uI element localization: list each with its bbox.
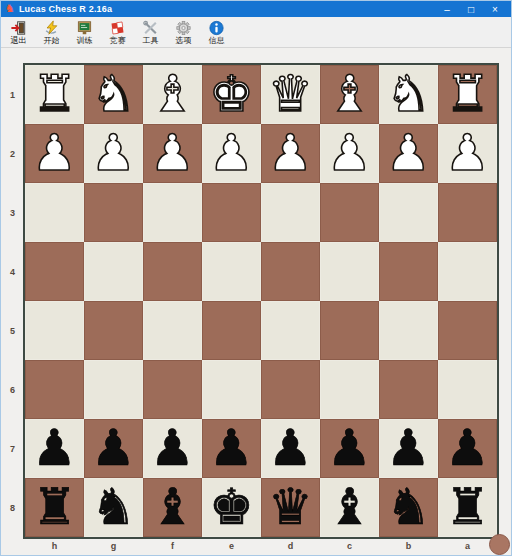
rank-labels: 12345678	[3, 65, 22, 537]
piece-bp-e7[interactable]: ♟	[209, 420, 254, 477]
file-labels: hgfedcba	[25, 538, 497, 553]
turn-indicator	[489, 534, 510, 555]
square-g6[interactable]	[84, 360, 143, 419]
square-c5[interactable]	[320, 301, 379, 360]
piece-wq-d1[interactable]: ♛	[268, 66, 313, 123]
piece-br-a8[interactable]: ♜	[445, 479, 490, 536]
file-label-b: b	[379, 538, 438, 553]
square-e1[interactable]: ♚	[202, 65, 261, 124]
square-b2[interactable]: ♟	[379, 124, 438, 183]
square-d1[interactable]: ♛	[261, 65, 320, 124]
square-e2[interactable]: ♟	[202, 124, 261, 183]
square-a4[interactable]	[438, 242, 497, 301]
piece-bp-g7[interactable]: ♟	[91, 420, 136, 477]
piece-bp-f7[interactable]: ♟	[150, 420, 195, 477]
square-c2[interactable]: ♟	[320, 124, 379, 183]
file-label-f: f	[143, 538, 202, 553]
square-h6[interactable]	[25, 360, 84, 419]
square-f4[interactable]	[143, 242, 202, 301]
square-b1[interactable]: ♞	[379, 65, 438, 124]
rank-label-1: 1	[3, 65, 22, 124]
square-a6[interactable]	[438, 360, 497, 419]
square-g8[interactable]: ♞	[84, 478, 143, 537]
square-e7[interactable]: ♟	[202, 419, 261, 478]
piece-bb-c8[interactable]: ♝	[327, 479, 372, 536]
window-title: Lucas Chess R 2.16a	[19, 4, 112, 14]
piece-bq-d8[interactable]: ♛	[268, 479, 313, 536]
rank-label-8: 8	[3, 478, 22, 537]
square-a3[interactable]	[438, 183, 497, 242]
piece-wb-f1[interactable]: ♝	[150, 66, 195, 123]
board: ♜♞♝♚♛♝♞♜♟♟♟♟♟♟♟♟♟♟♟♟♟♟♟♟♜♞♝♚♛♝♞♜	[23, 63, 499, 539]
square-h5[interactable]	[25, 301, 84, 360]
square-d5[interactable]	[261, 301, 320, 360]
square-b5[interactable]	[379, 301, 438, 360]
info-label: 信息	[209, 36, 225, 46]
training-label: 训练	[77, 36, 93, 46]
tools-button[interactable]: 工具	[135, 19, 166, 47]
square-g4[interactable]	[84, 242, 143, 301]
square-d2[interactable]: ♟	[261, 124, 320, 183]
square-f5[interactable]	[143, 301, 202, 360]
title-bar: ♞ Lucas Chess R 2.16a – □ ×	[1, 1, 511, 17]
square-d4[interactable]	[261, 242, 320, 301]
piece-wp-d2[interactable]: ♟	[268, 125, 313, 182]
square-e6[interactable]	[202, 360, 261, 419]
piece-bp-c7[interactable]: ♟	[327, 420, 372, 477]
app-window: ♞ Lucas Chess R 2.16a – □ × 退出 开始 训练	[0, 0, 512, 556]
maximize-button[interactable]: □	[459, 1, 483, 17]
square-a7[interactable]: ♟	[438, 419, 497, 478]
piece-bp-h7[interactable]: ♟	[32, 420, 77, 477]
square-f8[interactable]: ♝	[143, 478, 202, 537]
rank-label-5: 5	[3, 301, 22, 360]
piece-wp-g2[interactable]: ♟	[91, 125, 136, 182]
square-c4[interactable]	[320, 242, 379, 301]
square-g3[interactable]	[84, 183, 143, 242]
tools-label: 工具	[143, 36, 159, 46]
piece-bb-f8[interactable]: ♝	[150, 479, 195, 536]
options-button[interactable]: 选项	[168, 19, 199, 47]
exit-button[interactable]: 退出	[3, 19, 34, 47]
square-f6[interactable]	[143, 360, 202, 419]
square-b7[interactable]: ♟	[379, 419, 438, 478]
square-d8[interactable]: ♛	[261, 478, 320, 537]
square-e3[interactable]	[202, 183, 261, 242]
piece-bp-b7[interactable]: ♟	[386, 420, 431, 477]
piece-wr-h1[interactable]: ♜	[32, 66, 77, 123]
start-lightning-icon	[43, 20, 60, 36]
piece-wp-f2[interactable]: ♟	[150, 125, 195, 182]
piece-wn-g1[interactable]: ♞	[91, 66, 136, 123]
rank-label-2: 2	[3, 124, 22, 183]
square-c7[interactable]: ♟	[320, 419, 379, 478]
compete-checkered-icon	[109, 20, 126, 36]
toolbar: 退出 开始 训练 竞赛 工具	[1, 17, 511, 48]
exit-door-icon	[10, 20, 27, 36]
file-label-d: d	[261, 538, 320, 553]
file-label-h: h	[25, 538, 84, 553]
options-label: 选项	[176, 36, 192, 46]
piece-wp-a2[interactable]: ♟	[445, 125, 490, 182]
info-button[interactable]: 信息	[201, 19, 232, 47]
piece-wp-e2[interactable]: ♟	[209, 125, 254, 182]
start-label: 开始	[44, 36, 60, 46]
piece-wr-a1[interactable]: ♜	[445, 66, 490, 123]
piece-wp-b2[interactable]: ♟	[386, 125, 431, 182]
square-h8[interactable]: ♜	[25, 478, 84, 537]
exit-label: 退出	[11, 36, 27, 46]
square-e5[interactable]	[202, 301, 261, 360]
piece-br-h8[interactable]: ♜	[32, 479, 77, 536]
square-a2[interactable]: ♟	[438, 124, 497, 183]
tools-crossed-icon	[142, 20, 159, 36]
rank-label-3: 3	[3, 183, 22, 242]
square-c6[interactable]	[320, 360, 379, 419]
rank-label-4: 4	[3, 242, 22, 301]
rank-label-6: 6	[3, 360, 22, 419]
square-f2[interactable]: ♟	[143, 124, 202, 183]
piece-bp-a7[interactable]: ♟	[445, 420, 490, 477]
piece-bn-g8[interactable]: ♞	[91, 479, 136, 536]
square-d3[interactable]	[261, 183, 320, 242]
lucas-chess-knight-logo-icon: ♞	[5, 4, 15, 14]
square-h1[interactable]: ♜	[25, 65, 84, 124]
square-b8[interactable]: ♞	[379, 478, 438, 537]
square-a1[interactable]: ♜	[438, 65, 497, 124]
square-a5[interactable]	[438, 301, 497, 360]
window-controls: – □ ×	[435, 1, 507, 17]
compete-label: 竞赛	[110, 36, 126, 46]
square-g2[interactable]: ♟	[84, 124, 143, 183]
square-f3[interactable]	[143, 183, 202, 242]
square-d6[interactable]	[261, 360, 320, 419]
square-b3[interactable]	[379, 183, 438, 242]
compete-button[interactable]: 竞赛	[102, 19, 133, 47]
square-c8[interactable]: ♝	[320, 478, 379, 537]
piece-wk-e1[interactable]: ♚	[209, 66, 254, 123]
square-h4[interactable]	[25, 242, 84, 301]
square-h7[interactable]: ♟	[25, 419, 84, 478]
file-label-c: c	[320, 538, 379, 553]
piece-wp-h2[interactable]: ♟	[32, 125, 77, 182]
training-button[interactable]: 训练	[69, 19, 100, 47]
training-chalkboard-icon	[76, 20, 93, 36]
square-h3[interactable]	[25, 183, 84, 242]
square-d7[interactable]: ♟	[261, 419, 320, 478]
file-label-e: e	[202, 538, 261, 553]
piece-wn-b1[interactable]: ♞	[386, 66, 431, 123]
start-button[interactable]: 开始	[36, 19, 67, 47]
piece-bn-b8[interactable]: ♞	[386, 479, 431, 536]
piece-bk-e8[interactable]: ♚	[209, 479, 254, 536]
square-g1[interactable]: ♞	[84, 65, 143, 124]
piece-bp-d7[interactable]: ♟	[268, 420, 313, 477]
piece-wp-c2[interactable]: ♟	[327, 125, 372, 182]
square-f7[interactable]: ♟	[143, 419, 202, 478]
minimize-button[interactable]: –	[435, 1, 459, 17]
square-b4[interactable]	[379, 242, 438, 301]
square-f1[interactable]: ♝	[143, 65, 202, 124]
square-a8[interactable]: ♜	[438, 478, 497, 537]
square-c3[interactable]	[320, 183, 379, 242]
info-icon	[208, 20, 225, 36]
file-label-g: g	[84, 538, 143, 553]
square-e4[interactable]	[202, 242, 261, 301]
square-h2[interactable]: ♟	[25, 124, 84, 183]
square-g5[interactable]	[84, 301, 143, 360]
square-c1[interactable]: ♝	[320, 65, 379, 124]
options-gear-icon	[175, 20, 192, 36]
rank-label-7: 7	[3, 419, 22, 478]
close-button[interactable]: ×	[483, 1, 507, 17]
square-e8[interactable]: ♚	[202, 478, 261, 537]
piece-wb-c1[interactable]: ♝	[327, 66, 372, 123]
square-g7[interactable]: ♟	[84, 419, 143, 478]
square-b6[interactable]	[379, 360, 438, 419]
